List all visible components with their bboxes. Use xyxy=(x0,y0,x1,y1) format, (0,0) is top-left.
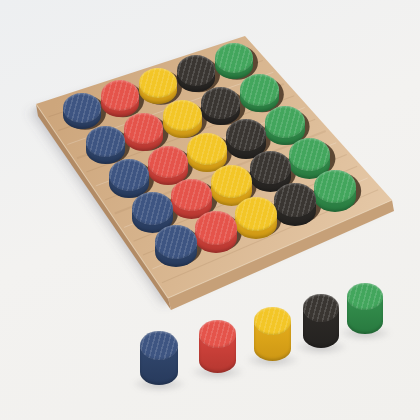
tray-piece-green[interactable] xyxy=(347,283,383,334)
tray-piece-black[interactable] xyxy=(303,294,339,348)
tray-piece-blue[interactable] xyxy=(140,331,178,385)
disc-top xyxy=(347,283,383,310)
tray-piece-red[interactable] xyxy=(199,320,236,373)
disc-top xyxy=(303,294,339,322)
disc-top xyxy=(140,331,178,360)
tray-row xyxy=(0,0,420,420)
disc-top xyxy=(254,307,291,335)
disc-top xyxy=(199,320,236,348)
tray-piece-yellow[interactable] xyxy=(254,307,291,361)
scene xyxy=(0,0,420,420)
